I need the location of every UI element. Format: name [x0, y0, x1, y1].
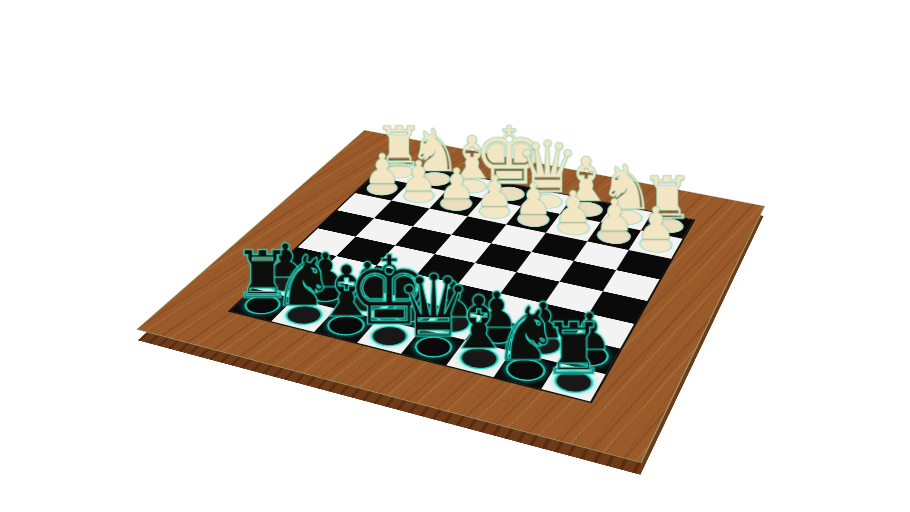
white-pawn[interactable]: ♟ — [594, 195, 634, 236]
white-pawn[interactable]: ♟ — [636, 203, 676, 244]
white-pawn[interactable]: ♟ — [437, 164, 475, 203]
render-scene: ♜♞♝♚♛♝♞♜♟♟♟♟♟♟♟♟♟♟♟♟♟♟♟♟♜♞♝♚♛♝♞♜ — [0, 0, 910, 512]
white-pawn[interactable]: ♟ — [364, 150, 401, 188]
white-pawn[interactable]: ♟ — [400, 157, 438, 196]
camera-perspective: ♜♞♝♚♛♝♞♜♟♟♟♟♟♟♟♟♟♟♟♟♟♟♟♟♜♞♝♚♛♝♞♜ — [0, 0, 910, 512]
square-c2: ♟ — [546, 214, 600, 241]
white-pawn[interactable]: ♟ — [514, 179, 553, 219]
square-a8: ♜ — [541, 362, 606, 401]
square-a2: ♟ — [629, 230, 683, 258]
black-rook[interactable]: ♜ — [542, 316, 606, 382]
white-pawn[interactable]: ♟ — [554, 187, 593, 227]
chess-board: ♜♞♝♚♛♝♞♜♟♟♟♟♟♟♟♟♟♟♟♟♟♟♟♟♜♞♝♚♛♝♞♜ — [136, 130, 765, 463]
chess-board-grid: ♜♞♝♚♛♝♞♜♟♟♟♟♟♟♟♟♟♟♟♟♟♟♟♟♜♞♝♚♛♝♞♜ — [228, 159, 696, 403]
white-pawn[interactable]: ♟ — [475, 172, 514, 212]
